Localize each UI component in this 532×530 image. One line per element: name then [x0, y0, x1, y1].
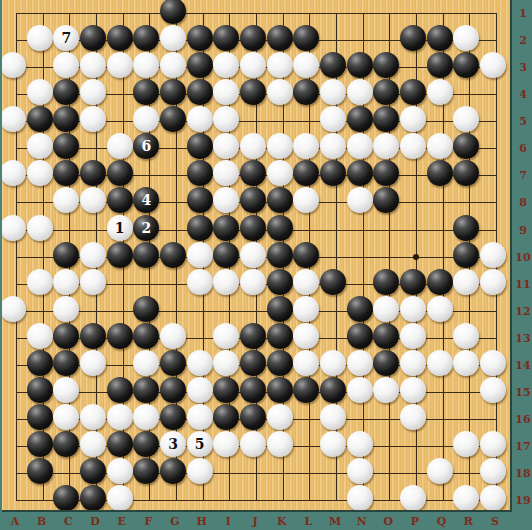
stone-G5[interactable]	[160, 106, 186, 132]
stone-Q7[interactable]	[427, 160, 453, 186]
row-label-9: 9	[519, 223, 527, 236]
stone-R11[interactable]	[453, 269, 479, 295]
stone-C16[interactable]	[53, 404, 79, 430]
move-number-label: 7	[61, 31, 71, 45]
go-app-screen: 7641235 ABCDEFGHIJKLMNOPQRS 123456789101…	[0, 0, 532, 530]
stone-D11[interactable]	[80, 269, 106, 295]
col-label-J: J	[252, 515, 257, 528]
stone-I14[interactable]	[213, 350, 239, 376]
stone-I8[interactable]	[213, 187, 239, 213]
stone-N19[interactable]	[347, 485, 373, 511]
stone-O5[interactable]	[373, 106, 399, 132]
go-board[interactable]: 7641235	[2, 0, 512, 512]
stone-J16[interactable]	[240, 404, 266, 430]
stone-F3[interactable]	[133, 52, 159, 78]
stone-S15[interactable]	[480, 377, 506, 403]
stone-R6[interactable]	[453, 133, 479, 159]
row-label-13: 13	[515, 331, 530, 344]
stone-P11[interactable]	[400, 269, 426, 295]
stone-L15[interactable]	[293, 377, 319, 403]
stone-Q4[interactable]	[427, 79, 453, 105]
stone-L11[interactable]	[293, 269, 319, 295]
star-point-P10	[413, 254, 419, 260]
stone-K13[interactable]	[267, 323, 293, 349]
stone-L10[interactable]	[293, 242, 319, 268]
stone-N8[interactable]	[347, 187, 373, 213]
stone-P12[interactable]	[400, 296, 426, 322]
stone-D3[interactable]	[80, 52, 106, 78]
stone-A5[interactable]	[2, 106, 26, 132]
stone-F5[interactable]	[133, 106, 159, 132]
stone-E17[interactable]	[107, 431, 133, 457]
stone-J14[interactable]	[240, 350, 266, 376]
stone-R7[interactable]	[453, 160, 479, 186]
col-label-P: P	[411, 515, 419, 528]
stone-E16[interactable]	[107, 404, 133, 430]
stone-R19[interactable]	[453, 485, 479, 511]
stone-C4[interactable]	[53, 79, 79, 105]
stone-F9[interactable]: 2	[133, 215, 159, 241]
stone-B6[interactable]	[27, 133, 53, 159]
stone-J15[interactable]	[240, 377, 266, 403]
stone-D13[interactable]	[80, 323, 106, 349]
row-label-4: 4	[519, 88, 527, 101]
stone-K6[interactable]	[267, 133, 293, 159]
stone-M14[interactable]	[320, 350, 346, 376]
move-number-label: 1	[115, 221, 125, 235]
stone-C15[interactable]	[53, 377, 79, 403]
stone-M3[interactable]	[320, 52, 346, 78]
row-label-19: 19	[515, 494, 530, 507]
stone-E9[interactable]: 1	[107, 215, 133, 241]
stone-L4[interactable]	[293, 79, 319, 105]
stone-Q6[interactable]	[427, 133, 453, 159]
stone-H9[interactable]	[187, 215, 213, 241]
row-label-3: 3	[519, 61, 527, 74]
stone-F4[interactable]	[133, 79, 159, 105]
stone-K3[interactable]	[267, 52, 293, 78]
col-label-L: L	[304, 515, 312, 528]
stone-D8[interactable]	[80, 187, 106, 213]
stone-B4[interactable]	[27, 79, 53, 105]
stone-G14[interactable]	[160, 350, 186, 376]
stone-G10[interactable]	[160, 242, 186, 268]
stone-B9[interactable]	[27, 215, 53, 241]
stone-P5[interactable]	[400, 106, 426, 132]
stone-M4[interactable]	[320, 79, 346, 105]
stone-B15[interactable]	[27, 377, 53, 403]
stone-K15[interactable]	[267, 377, 293, 403]
stone-M5[interactable]	[320, 106, 346, 132]
stone-J9[interactable]	[240, 215, 266, 241]
stone-F10[interactable]	[133, 242, 159, 268]
stone-J6[interactable]	[240, 133, 266, 159]
stone-K9[interactable]	[267, 215, 293, 241]
stone-J11[interactable]	[240, 269, 266, 295]
stone-R9[interactable]	[453, 215, 479, 241]
stone-B18[interactable]	[27, 458, 53, 484]
row-label-6: 6	[519, 142, 527, 155]
stone-H7[interactable]	[187, 160, 213, 186]
stone-H11[interactable]	[187, 269, 213, 295]
col-label-D: D	[90, 515, 100, 528]
stone-I13[interactable]	[213, 323, 239, 349]
stone-A9[interactable]	[2, 215, 26, 241]
row-label-16: 16	[515, 413, 530, 426]
stone-J3[interactable]	[240, 52, 266, 78]
stone-G3[interactable]	[160, 52, 186, 78]
stone-I16[interactable]	[213, 404, 239, 430]
stone-J2[interactable]	[240, 25, 266, 51]
stone-J17[interactable]	[240, 431, 266, 457]
col-label-M: M	[329, 515, 341, 528]
stone-R5[interactable]	[453, 106, 479, 132]
stone-J8[interactable]	[240, 187, 266, 213]
stone-B13[interactable]	[27, 323, 53, 349]
stone-I10[interactable]	[213, 242, 239, 268]
stone-F8[interactable]: 4	[133, 187, 159, 213]
move-number-label: 5	[195, 437, 205, 451]
stone-F17[interactable]	[133, 431, 159, 457]
stone-J7[interactable]	[240, 160, 266, 186]
stone-G2[interactable]	[160, 25, 186, 51]
stone-G17[interactable]: 3	[160, 431, 186, 457]
stone-S11[interactable]	[480, 269, 506, 295]
row-label-5: 5	[519, 115, 527, 128]
stone-F14[interactable]	[133, 350, 159, 376]
stone-Q3[interactable]	[427, 52, 453, 78]
stone-C17[interactable]	[53, 431, 79, 457]
stone-E7[interactable]	[107, 160, 133, 186]
stone-H17[interactable]: 5	[187, 431, 213, 457]
stone-L13[interactable]	[293, 323, 319, 349]
stone-E3[interactable]	[107, 52, 133, 78]
stone-O7[interactable]	[373, 160, 399, 186]
stone-K10[interactable]	[267, 242, 293, 268]
stone-J4[interactable]	[240, 79, 266, 105]
stone-I11[interactable]	[213, 269, 239, 295]
stone-D2[interactable]	[80, 25, 106, 51]
stone-F6[interactable]: 6	[133, 133, 159, 159]
stone-I5[interactable]	[213, 106, 239, 132]
row-label-18: 18	[515, 467, 530, 480]
stone-N5[interactable]	[347, 106, 373, 132]
stone-Q12[interactable]	[427, 296, 453, 322]
stone-O3[interactable]	[373, 52, 399, 78]
stone-E19[interactable]	[107, 485, 133, 511]
col-label-O: O	[384, 515, 394, 528]
stone-E15[interactable]	[107, 377, 133, 403]
stone-G13[interactable]	[160, 323, 186, 349]
stone-M15[interactable]	[320, 377, 346, 403]
stone-E13[interactable]	[107, 323, 133, 349]
stone-K7[interactable]	[267, 160, 293, 186]
stone-Q2[interactable]	[427, 25, 453, 51]
stone-K17[interactable]	[267, 431, 293, 457]
stone-E10[interactable]	[107, 242, 133, 268]
stone-S3[interactable]	[480, 52, 506, 78]
stone-C10[interactable]	[53, 242, 79, 268]
stone-H15[interactable]	[187, 377, 213, 403]
stone-B5[interactable]	[27, 106, 53, 132]
stone-A7[interactable]	[2, 160, 26, 186]
stone-N6[interactable]	[347, 133, 373, 159]
stone-L3[interactable]	[293, 52, 319, 78]
stone-K11[interactable]	[267, 269, 293, 295]
stone-N17[interactable]	[347, 431, 373, 457]
stone-H18[interactable]	[187, 458, 213, 484]
stone-R14[interactable]	[453, 350, 479, 376]
col-label-F: F	[144, 515, 152, 528]
stone-N12[interactable]	[347, 296, 373, 322]
stone-G1[interactable]	[160, 0, 186, 24]
col-label-B: B	[37, 515, 46, 528]
stone-Q18[interactable]	[427, 458, 453, 484]
stone-C7[interactable]	[53, 160, 79, 186]
stone-O8[interactable]	[373, 187, 399, 213]
stone-H6[interactable]	[187, 133, 213, 159]
stone-S18[interactable]	[480, 458, 506, 484]
stone-P6[interactable]	[400, 133, 426, 159]
stone-H4[interactable]	[187, 79, 213, 105]
stone-C13[interactable]	[53, 323, 79, 349]
col-label-I: I	[226, 515, 231, 528]
col-label-H: H	[196, 515, 206, 528]
col-label-S: S	[491, 515, 499, 528]
move-number-label: 6	[141, 139, 151, 153]
stone-M16[interactable]	[320, 404, 346, 430]
stone-R13[interactable]	[453, 323, 479, 349]
stone-L2[interactable]	[293, 25, 319, 51]
stone-N15[interactable]	[347, 377, 373, 403]
stone-F2[interactable]	[133, 25, 159, 51]
stone-M7[interactable]	[320, 160, 346, 186]
stone-O15[interactable]	[373, 377, 399, 403]
stone-J10[interactable]	[240, 242, 266, 268]
stone-E2[interactable]	[107, 25, 133, 51]
stone-Q14[interactable]	[427, 350, 453, 376]
stone-O4[interactable]	[373, 79, 399, 105]
stone-D7[interactable]	[80, 160, 106, 186]
stone-S17[interactable]	[480, 431, 506, 457]
stone-G16[interactable]	[160, 404, 186, 430]
stone-I2[interactable]	[213, 25, 239, 51]
stone-C14[interactable]	[53, 350, 79, 376]
stone-K2[interactable]	[267, 25, 293, 51]
stone-O14[interactable]	[373, 350, 399, 376]
row-label-14: 14	[515, 358, 530, 371]
col-label-G: G	[170, 515, 179, 528]
stone-E18[interactable]	[107, 458, 133, 484]
col-label-R: R	[464, 515, 473, 528]
stone-K14[interactable]	[267, 350, 293, 376]
stone-F13[interactable]	[133, 323, 159, 349]
column-labels-strip: ABCDEFGHIJKLMNOPQRS	[0, 512, 532, 530]
stone-S19[interactable]	[480, 485, 506, 511]
stone-I4[interactable]	[213, 79, 239, 105]
stone-C2[interactable]: 7	[53, 25, 79, 51]
stone-O11[interactable]	[373, 269, 399, 295]
col-label-A: A	[11, 515, 20, 528]
stone-C12[interactable]	[53, 296, 79, 322]
stone-H8[interactable]	[187, 187, 213, 213]
stone-F18[interactable]	[133, 458, 159, 484]
stone-I3[interactable]	[213, 52, 239, 78]
stone-G18[interactable]	[160, 458, 186, 484]
stone-L7[interactable]	[293, 160, 319, 186]
stone-L6[interactable]	[293, 133, 319, 159]
stone-N7[interactable]	[347, 160, 373, 186]
row-label-8: 8	[519, 196, 527, 209]
stone-K16[interactable]	[267, 404, 293, 430]
stone-M11[interactable]	[320, 269, 346, 295]
stone-D4[interactable]	[80, 79, 106, 105]
stone-D14[interactable]	[80, 350, 106, 376]
move-number-label: 3	[168, 437, 178, 451]
stone-R17[interactable]	[453, 431, 479, 457]
stone-E6[interactable]	[107, 133, 133, 159]
col-label-Q: Q	[437, 515, 447, 528]
stone-K4[interactable]	[267, 79, 293, 105]
stone-P13[interactable]	[400, 323, 426, 349]
col-label-K: K	[277, 515, 287, 528]
stone-B11[interactable]	[27, 269, 53, 295]
stone-I15[interactable]	[213, 377, 239, 403]
stone-N4[interactable]	[347, 79, 373, 105]
stone-O13[interactable]	[373, 323, 399, 349]
stone-M17[interactable]	[320, 431, 346, 457]
stone-H14[interactable]	[187, 350, 213, 376]
row-label-11: 11	[515, 277, 530, 290]
stone-P16[interactable]	[400, 404, 426, 430]
stone-Q11[interactable]	[427, 269, 453, 295]
stone-N18[interactable]	[347, 458, 373, 484]
stone-F12[interactable]	[133, 296, 159, 322]
stone-H5[interactable]	[187, 106, 213, 132]
row-label-1: 1	[519, 7, 527, 20]
stone-C3[interactable]	[53, 52, 79, 78]
stone-I9[interactable]	[213, 215, 239, 241]
stone-H16[interactable]	[187, 404, 213, 430]
stone-N3[interactable]	[347, 52, 373, 78]
stone-G4[interactable]	[160, 79, 186, 105]
stone-O6[interactable]	[373, 133, 399, 159]
stone-P19[interactable]	[400, 485, 426, 511]
row-label-7: 7	[519, 169, 527, 182]
stone-M6[interactable]	[320, 133, 346, 159]
stone-J13[interactable]	[240, 323, 266, 349]
stone-A3[interactable]	[2, 52, 26, 78]
stone-D19[interactable]	[80, 485, 106, 511]
row-label-12: 12	[515, 304, 530, 317]
stone-H3[interactable]	[187, 52, 213, 78]
stone-F16[interactable]	[133, 404, 159, 430]
stone-R2[interactable]	[453, 25, 479, 51]
stone-D18[interactable]	[80, 458, 106, 484]
stone-D17[interactable]	[80, 431, 106, 457]
row-labels-strip: 12345678910111213141516171819	[512, 0, 532, 512]
stone-P2[interactable]	[400, 25, 426, 51]
stone-L14[interactable]	[293, 350, 319, 376]
stone-I6[interactable]	[213, 133, 239, 159]
stone-P14[interactable]	[400, 350, 426, 376]
stone-I17[interactable]	[213, 431, 239, 457]
stone-S10[interactable]	[480, 242, 506, 268]
stone-C19[interactable]	[53, 485, 79, 511]
stone-H10[interactable]	[187, 242, 213, 268]
row-label-15: 15	[515, 385, 530, 398]
stone-R10[interactable]	[453, 242, 479, 268]
stone-D5[interactable]	[80, 106, 106, 132]
stone-P4[interactable]	[400, 79, 426, 105]
stone-N14[interactable]	[347, 350, 373, 376]
stone-C8[interactable]	[53, 187, 79, 213]
stone-I7[interactable]	[213, 160, 239, 186]
move-number-label: 2	[141, 221, 151, 235]
stone-R3[interactable]	[453, 52, 479, 78]
stone-L12[interactable]	[293, 296, 319, 322]
col-label-C: C	[64, 515, 73, 528]
stone-B2[interactable]	[27, 25, 53, 51]
stone-E8[interactable]	[107, 187, 133, 213]
stone-G15[interactable]	[160, 377, 186, 403]
stone-L8[interactable]	[293, 187, 319, 213]
stone-P15[interactable]	[400, 377, 426, 403]
col-label-E: E	[117, 515, 125, 528]
move-number-label: 4	[141, 193, 151, 207]
stone-C11[interactable]	[53, 269, 79, 295]
stone-B17[interactable]	[27, 431, 53, 457]
stone-S14[interactable]	[480, 350, 506, 376]
row-label-2: 2	[519, 34, 527, 47]
stone-C6[interactable]	[53, 133, 79, 159]
col-label-N: N	[357, 515, 367, 528]
stone-B16[interactable]	[27, 404, 53, 430]
row-label-10: 10	[515, 250, 530, 263]
stone-O12[interactable]	[373, 296, 399, 322]
stone-A12[interactable]	[2, 296, 26, 322]
stone-D10[interactable]	[80, 242, 106, 268]
stone-N13[interactable]	[347, 323, 373, 349]
stone-B14[interactable]	[27, 350, 53, 376]
stone-H2[interactable]	[187, 25, 213, 51]
stone-D16[interactable]	[80, 404, 106, 430]
stone-B7[interactable]	[27, 160, 53, 186]
stone-K12[interactable]	[267, 296, 293, 322]
stone-C5[interactable]	[53, 106, 79, 132]
row-label-17: 17	[515, 440, 530, 453]
stone-K8[interactable]	[267, 187, 293, 213]
stone-F15[interactable]	[133, 377, 159, 403]
